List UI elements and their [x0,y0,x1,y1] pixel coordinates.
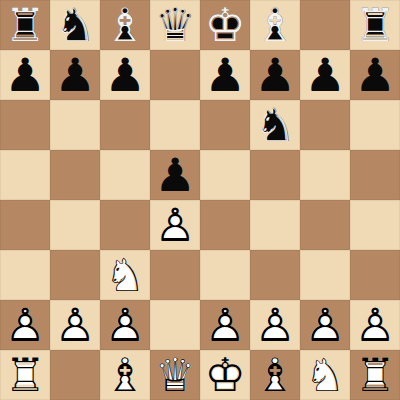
square-b7[interactable]: ♟ [50,50,100,100]
rook-outline-glyph: ♖ [350,350,400,400]
piece-white-rook[interactable]: ♜♖ [0,350,50,400]
square-b2[interactable]: ♟♙ [50,300,100,350]
square-a6[interactable] [0,100,50,150]
square-h6[interactable] [350,100,400,150]
piece-white-knight[interactable]: ♞♘ [300,350,350,400]
queen-outline-glyph: ♕ [150,350,200,400]
piece-black-knight[interactable]: ♞♘ [50,0,100,50]
pawn-outline-glyph: ♙ [50,300,100,350]
rook-outline-glyph: ♖ [0,350,50,400]
square-f3[interactable] [250,250,300,300]
square-g1[interactable]: ♞♘ [300,350,350,400]
pawn-outline-glyph: ♙ [0,300,50,350]
square-a3[interactable] [0,250,50,300]
pawn-glyph: ♟ [250,50,300,100]
piece-white-queen[interactable]: ♛♕ [150,350,200,400]
square-d1[interactable]: ♛♕ [150,350,200,400]
piece-black-knight[interactable]: ♞♘ [250,100,300,150]
king-outline-glyph: ♔ [200,350,250,400]
square-f8[interactable]: ♝♗ [250,0,300,50]
pawn-glyph: ♟ [0,50,50,100]
knight-outline-glyph: ♘ [50,0,100,50]
piece-black-rook[interactable]: ♜♖ [0,0,50,50]
square-a8[interactable]: ♜♖ [0,0,50,50]
square-c2[interactable]: ♟♙ [100,300,150,350]
square-g7[interactable]: ♟ [300,50,350,100]
bishop-outline-glyph: ♗ [100,350,150,400]
piece-white-pawn[interactable]: ♟♙ [200,300,250,350]
square-a5[interactable] [0,150,50,200]
pawn-outline-glyph: ♙ [250,300,300,350]
bishop-outline-glyph: ♗ [100,0,150,50]
square-f4[interactable] [250,200,300,250]
square-c4[interactable] [100,200,150,250]
square-b6[interactable] [50,100,100,150]
pawn-glyph: ♟ [200,50,250,100]
square-a1[interactable]: ♜♖ [0,350,50,400]
square-d3[interactable] [150,250,200,300]
square-d8[interactable]: ♛♕ [150,0,200,50]
square-h2[interactable]: ♟♙ [350,300,400,350]
pawn-glyph: ♟ [350,50,400,100]
square-f7[interactable]: ♟ [250,50,300,100]
king-outline-glyph: ♔ [200,0,250,50]
square-a2[interactable]: ♟♙ [0,300,50,350]
knight-outline-glyph: ♘ [100,250,150,300]
square-d5[interactable]: ♟ [150,150,200,200]
knight-outline-glyph: ♘ [250,100,300,150]
square-e4[interactable] [200,200,250,250]
square-b5[interactable] [50,150,100,200]
piece-white-pawn[interactable]: ♟♙ [300,300,350,350]
piece-black-pawn[interactable]: ♟ [0,50,50,100]
square-e2[interactable]: ♟♙ [200,300,250,350]
square-b3[interactable] [50,250,100,300]
square-c1[interactable]: ♝♗ [100,350,150,400]
knight-outline-glyph: ♘ [300,350,350,400]
pawn-outline-glyph: ♙ [200,300,250,350]
rook-outline-glyph: ♖ [0,0,50,50]
square-h5[interactable] [350,150,400,200]
bishop-outline-glyph: ♗ [250,0,300,50]
piece-white-king[interactable]: ♚♔ [200,350,250,400]
piece-black-pawn[interactable]: ♟ [100,50,150,100]
piece-white-pawn[interactable]: ♟♙ [150,200,200,250]
square-c6[interactable] [100,100,150,150]
square-d2[interactable] [150,300,200,350]
pawn-glyph: ♟ [100,50,150,100]
piece-white-pawn[interactable]: ♟♙ [0,300,50,350]
square-e8[interactable]: ♚♔ [200,0,250,50]
piece-white-pawn[interactable]: ♟♙ [100,300,150,350]
square-e7[interactable]: ♟ [200,50,250,100]
square-g3[interactable] [300,250,350,300]
piece-black-queen[interactable]: ♛♕ [150,0,200,50]
pawn-glyph: ♟ [300,50,350,100]
square-g6[interactable] [300,100,350,150]
pawn-glyph: ♟ [150,150,200,200]
square-b4[interactable] [50,200,100,250]
square-e6[interactable] [200,100,250,150]
square-a4[interactable] [0,200,50,250]
square-h1[interactable]: ♜♖ [350,350,400,400]
piece-black-king[interactable]: ♚♔ [200,0,250,50]
piece-black-pawn[interactable]: ♟ [50,50,100,100]
square-g5[interactable] [300,150,350,200]
square-d6[interactable] [150,100,200,150]
square-f6[interactable]: ♞♘ [250,100,300,150]
piece-white-knight[interactable]: ♞♘ [100,250,150,300]
square-b8[interactable]: ♞♘ [50,0,100,50]
piece-black-pawn[interactable]: ♟ [300,50,350,100]
piece-black-bishop[interactable]: ♝♗ [100,0,150,50]
piece-white-bishop[interactable]: ♝♗ [250,350,300,400]
square-b1[interactable] [50,350,100,400]
square-a7[interactable]: ♟ [0,50,50,100]
square-f2[interactable]: ♟♙ [250,300,300,350]
square-h7[interactable]: ♟ [350,50,400,100]
piece-white-pawn[interactable]: ♟♙ [50,300,100,350]
square-e1[interactable]: ♚♔ [200,350,250,400]
square-h3[interactable] [350,250,400,300]
square-h8[interactable]: ♜♖ [350,0,400,50]
square-d7[interactable] [150,50,200,100]
chess-board: ♜♖♞♘♝♗♛♕♚♔♝♗♜♖♟♟♟♟♟♟♟♞♘♟♟♙♞♘♟♙♟♙♟♙♟♙♟♙♟♙… [0,0,400,400]
square-g8[interactable] [300,0,350,50]
piece-black-rook[interactable]: ♜♖ [350,0,400,50]
piece-black-pawn[interactable]: ♟ [250,50,300,100]
rook-outline-glyph: ♖ [350,0,400,50]
square-g2[interactable]: ♟♙ [300,300,350,350]
piece-black-pawn[interactable]: ♟ [150,150,200,200]
square-d4[interactable]: ♟♙ [150,200,200,250]
piece-white-pawn[interactable]: ♟♙ [350,300,400,350]
piece-white-rook[interactable]: ♜♖ [350,350,400,400]
pawn-outline-glyph: ♙ [150,200,200,250]
square-c8[interactable]: ♝♗ [100,0,150,50]
square-h4[interactable] [350,200,400,250]
square-c3[interactable]: ♞♘ [100,250,150,300]
square-e3[interactable] [200,250,250,300]
piece-white-bishop[interactable]: ♝♗ [100,350,150,400]
piece-white-pawn[interactable]: ♟♙ [250,300,300,350]
piece-black-bishop[interactable]: ♝♗ [250,0,300,50]
square-c7[interactable]: ♟ [100,50,150,100]
bishop-outline-glyph: ♗ [250,350,300,400]
square-f1[interactable]: ♝♗ [250,350,300,400]
pawn-outline-glyph: ♙ [100,300,150,350]
pawn-outline-glyph: ♙ [350,300,400,350]
square-f5[interactable] [250,150,300,200]
piece-black-pawn[interactable]: ♟ [200,50,250,100]
square-c5[interactable] [100,150,150,200]
pawn-glyph: ♟ [50,50,100,100]
piece-black-pawn[interactable]: ♟ [350,50,400,100]
square-g4[interactable] [300,200,350,250]
queen-outline-glyph: ♕ [150,0,200,50]
pawn-outline-glyph: ♙ [300,300,350,350]
square-e5[interactable] [200,150,250,200]
